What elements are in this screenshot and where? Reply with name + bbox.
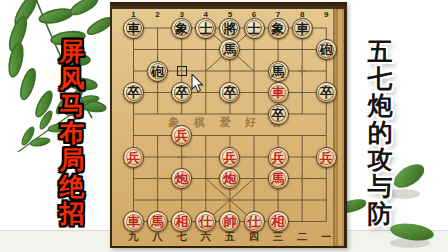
- left-title-char: 局: [57, 146, 87, 173]
- last-move-from-marker: [177, 66, 187, 76]
- red-chariot[interactable]: 車: [268, 82, 289, 103]
- black-general[interactable]: 將: [219, 18, 240, 39]
- file-number-bottom-4: 六: [199, 231, 213, 243]
- file-number-top-9: 9: [320, 10, 332, 19]
- left-title-char: 屏: [57, 38, 87, 65]
- right-title-char: 攻: [365, 146, 395, 173]
- file-number-bottom-3: 七: [175, 231, 189, 243]
- black-chariot[interactable]: 車: [292, 18, 313, 39]
- file-number-bottom-9: 一: [319, 231, 333, 243]
- river-watermark-char: 好: [243, 115, 259, 129]
- right-title-char: 的: [365, 119, 395, 146]
- file-number-bottom-7: 三: [271, 231, 285, 243]
- red-advisor[interactable]: 仕: [244, 211, 265, 232]
- file-number-bottom-8: 二: [295, 231, 309, 243]
- black-elephant[interactable]: 象: [171, 18, 192, 39]
- black-cannon[interactable]: 砲: [316, 39, 337, 60]
- black-soldier[interactable]: 卒: [123, 82, 144, 103]
- xiangqi-board[interactable]: 123456789 象棋爱好者 車象士將士象車馬砲砲馬卒卒卒卒卒車兵兵兵兵兵炮炮…: [110, 2, 347, 248]
- file-number-bottom-2: 八: [151, 231, 165, 243]
- river-watermark-char: 棋: [192, 115, 208, 129]
- right-title-char: 七: [365, 65, 395, 92]
- red-soldier[interactable]: 兵: [219, 147, 240, 168]
- left-title-char: 绝: [57, 173, 87, 200]
- red-soldier[interactable]: 兵: [268, 147, 289, 168]
- black-soldier[interactable]: 卒: [316, 82, 337, 103]
- file-number-top-2: 2: [152, 10, 164, 19]
- red-horse[interactable]: 馬: [147, 211, 168, 232]
- right-title-char: 防: [365, 200, 395, 227]
- red-soldier[interactable]: 兵: [316, 147, 337, 168]
- black-advisor[interactable]: 士: [195, 18, 216, 39]
- black-elephant[interactable]: 象: [268, 18, 289, 39]
- file-number-bottom-6: 四: [247, 231, 261, 243]
- left-title-char: 布: [57, 119, 87, 146]
- red-soldier[interactable]: 兵: [123, 147, 144, 168]
- file-number-bottom-1: 九: [127, 231, 141, 243]
- black-soldier[interactable]: 卒: [268, 104, 289, 125]
- right-title-char: 五: [365, 38, 395, 65]
- file-number-bottom-5: 五: [223, 231, 237, 243]
- red-chariot[interactable]: 車: [123, 211, 144, 232]
- red-elephant[interactable]: 相: [268, 211, 289, 232]
- river-watermark-char: 爱: [217, 115, 233, 129]
- mouse-cursor: [191, 74, 205, 94]
- black-advisor[interactable]: 士: [244, 18, 265, 39]
- left-title-char: 招: [57, 200, 87, 227]
- left-title-char: 马: [57, 92, 87, 119]
- black-horse[interactable]: 馬: [268, 61, 289, 82]
- black-chariot[interactable]: 車: [123, 18, 144, 39]
- left-title-char: 风: [57, 65, 87, 92]
- right-title-char: 与: [365, 173, 395, 200]
- black-cannon[interactable]: 砲: [147, 61, 168, 82]
- red-horse[interactable]: 馬: [268, 168, 289, 189]
- right-title-char: 炮: [365, 92, 395, 119]
